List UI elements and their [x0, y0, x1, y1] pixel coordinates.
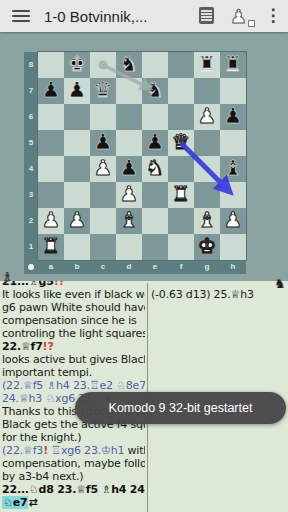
square-e3[interactable] — [142, 182, 168, 208]
square-h3[interactable] — [220, 182, 246, 208]
square-f7[interactable] — [168, 78, 194, 104]
move-text[interactable]: ♘e7 — [2, 496, 28, 509]
square-d7[interactable] — [116, 78, 142, 104]
black-knight-e7: ♞ — [142, 78, 168, 104]
annotation-line-7: looks active but gives Black — [2, 353, 145, 366]
square-c5[interactable]: ♟ — [90, 130, 116, 156]
square-f3[interactable]: ♜ — [168, 182, 194, 208]
black-queen-c7: ♛ — [90, 78, 116, 104]
square-e2[interactable] — [142, 208, 168, 234]
black-pawn-e5: ♟ — [142, 130, 168, 156]
square-b8[interactable]: ♚ — [64, 52, 90, 78]
comment-text: compensation, maybe followed — [2, 457, 145, 470]
square-f1[interactable] — [168, 234, 194, 260]
square-h4[interactable]: ♝ — [220, 156, 246, 182]
square-h8[interactable]: ♜ — [220, 52, 246, 78]
rank-label-2: 2 — [24, 208, 38, 234]
white-bishop-g2: ♝ — [194, 208, 220, 234]
square-a6[interactable] — [38, 104, 64, 130]
square-g8[interactable]: ♜ — [194, 52, 220, 78]
move-text[interactable]: 22.♕f7 — [2, 340, 43, 353]
white-rook-a1: ♜ — [38, 234, 64, 260]
white-queen-f5: ♛ — [168, 130, 194, 156]
app-toolbar: 1-0 Botvinnik,... ♟ ⋮ — [0, 0, 288, 32]
rank-label-3: 3 — [24, 182, 38, 208]
square-a4[interactable] — [38, 156, 64, 182]
annotation-line-15: compensation, maybe followed — [2, 457, 145, 470]
square-a1[interactable]: ♜ — [38, 234, 64, 260]
comment-text: compensation since he is — [2, 314, 137, 327]
square-f6[interactable] — [168, 104, 194, 130]
square-b2[interactable]: ♟ — [64, 208, 90, 234]
square-a8[interactable] — [38, 52, 64, 78]
square-g1[interactable]: ♚ — [194, 234, 220, 260]
move-text[interactable]: ⇄ — [28, 496, 37, 509]
board-square-icon — [248, 20, 255, 27]
chess-board[interactable]: ♚♞♜♜♟♟♛♞♟♟♟♟♛♟♟♞♝♟♜♟♟♝♝♟♜♚ — [38, 52, 246, 260]
file-label-h: h — [220, 260, 246, 274]
square-d6[interactable] — [116, 104, 142, 130]
file-label-a: a — [38, 260, 64, 274]
white-knight-e4: ♞ — [142, 156, 168, 182]
annotation-line-5: controling the light squares. — [2, 327, 145, 340]
side-to-move-indicator — [28, 264, 34, 270]
annotation-line-13: for the knight.) — [2, 431, 145, 444]
white-pawn-c4: ♟ — [90, 156, 116, 182]
annotation-line-4: compensation since he is — [2, 314, 145, 327]
square-b1[interactable] — [64, 234, 90, 260]
move-text[interactable]: (22.♕f5 ♗h4 23.♖e2 ♘8e7 — [2, 379, 145, 392]
square-g7[interactable] — [194, 78, 220, 104]
white-pawn-b2: ♟ — [64, 208, 90, 234]
square-d3[interactable]: ♟ — [116, 182, 142, 208]
square-b4[interactable] — [64, 156, 90, 182]
square-d2[interactable]: ♝ — [116, 208, 142, 234]
comment-text: for the knight.) — [2, 431, 81, 444]
comment-text: looks active but gives Black — [2, 353, 145, 366]
comment-text: with — [124, 444, 145, 457]
annotation-line-3: g6 pawn White should have — [2, 301, 145, 314]
move-text[interactable]: !? — [54, 281, 65, 288]
rank-label-7: 7 — [24, 78, 38, 104]
square-g3[interactable] — [194, 182, 220, 208]
white-pawn-h2: ♟ — [220, 208, 246, 234]
notation-list-icon[interactable] — [194, 3, 220, 29]
square-d4[interactable]: ♟ — [116, 156, 142, 182]
square-e7[interactable]: ♞ — [142, 78, 168, 104]
square-g5[interactable] — [194, 130, 220, 156]
file-label-f: f — [168, 260, 194, 274]
black-knight-d8: ♞ — [116, 52, 142, 78]
black-pawn-d4: ♟ — [116, 156, 142, 182]
comment-text: controling the light squares. — [2, 327, 145, 340]
comment-text: It looks like even if black won the — [2, 288, 145, 301]
square-g6[interactable]: ♟ — [194, 104, 220, 130]
square-f2[interactable] — [168, 208, 194, 234]
rank-label-8: 8 — [24, 52, 38, 78]
black-rook-g8: ♜ — [194, 52, 220, 78]
square-c2[interactable] — [90, 208, 116, 234]
toast-text: Komodo 9 32-bit gestartet — [109, 401, 253, 415]
comment-text: g6 pawn White should have — [2, 301, 145, 314]
white-pawn-a2: ♟ — [38, 208, 64, 234]
square-d8[interactable]: ♞ — [116, 52, 142, 78]
square-a5[interactable] — [38, 130, 64, 156]
black-bishop-h4: ♝ — [220, 156, 246, 182]
black-king-b8: ♚ — [64, 52, 90, 78]
annotation-line-18: ♘e7⇄ — [2, 496, 145, 509]
square-b3[interactable] — [64, 182, 90, 208]
square-f4[interactable] — [168, 156, 194, 182]
toast-notification: Komodo 9 32-bit gestartet — [75, 392, 286, 424]
white-bishop-d2: ♝ — [116, 208, 142, 234]
square-e5[interactable]: ♟ — [142, 130, 168, 156]
white-bishop-icon: ♗ — [2, 270, 13, 284]
square-a2[interactable]: ♟ — [38, 208, 64, 234]
rank-label-4: 4 — [24, 156, 38, 182]
square-e8[interactable] — [142, 52, 168, 78]
file-label-c: c — [90, 260, 116, 274]
square-e6[interactable] — [142, 104, 168, 130]
square-h7[interactable] — [220, 78, 246, 104]
white-pawn-g6: ♟ — [194, 104, 220, 130]
pawn-icon: ♟ — [230, 4, 247, 28]
file-label-g: g — [194, 260, 220, 274]
square-g4[interactable] — [194, 156, 220, 182]
annotation-line-2: It looks like even if black won the — [2, 288, 145, 301]
black-pawn-c5: ♟ — [90, 130, 116, 156]
move-text[interactable]: 22...♘d8 23.♕f5 ♗h4 24.♖f3 — [2, 483, 145, 496]
square-g2[interactable]: ♝ — [194, 208, 220, 234]
file-label-d: d — [116, 260, 142, 274]
square-e4[interactable]: ♞ — [142, 156, 168, 182]
square-f5[interactable]: ♛ — [168, 130, 194, 156]
annotation-line-6: 22.♕f7!? — [2, 340, 145, 353]
comment-text: by a3-b4 next.) — [2, 470, 83, 483]
square-c3[interactable] — [90, 182, 116, 208]
game-title: 1-0 Botvinnik,... — [44, 8, 147, 25]
white-rook-f3: ♜ — [168, 182, 194, 208]
white-pawn-d3: ♟ — [116, 182, 142, 208]
file-label-b: b — [64, 260, 90, 274]
move-text[interactable]: !? — [43, 340, 54, 353]
file-label-e: e — [142, 260, 168, 274]
square-a7[interactable]: ♟ — [38, 78, 64, 104]
annotation-line-16: by a3-b4 next.) — [2, 470, 145, 483]
white-king-g1: ♚ — [194, 234, 220, 260]
square-d1[interactable] — [116, 234, 142, 260]
annotation-line-14: (22.♕f3! ♖xg6 23.♔h1 with — [2, 444, 145, 457]
square-b7[interactable]: ♟ — [64, 78, 90, 104]
engine-output-line[interactable]: (-0.63 d13) 25.♕h3 — [151, 288, 286, 301]
move-text[interactable]: ♖xg6 23.♔h1 — [48, 444, 124, 457]
square-c4[interactable]: ♟ — [90, 156, 116, 182]
black-pawn-h6: ♟ — [220, 104, 246, 130]
square-b5[interactable] — [64, 130, 90, 156]
black-pawn-a7: ♟ — [38, 78, 64, 104]
black-rook-h8: ♜ — [220, 52, 246, 78]
comment-text: important tempi. — [2, 366, 92, 379]
square-c1[interactable] — [90, 234, 116, 260]
rank-label-5: 5 — [24, 130, 38, 156]
annotation-line-1: 21...♗g5!? — [2, 281, 145, 288]
annotation-line-8: important tempi. — [2, 366, 145, 379]
square-f8[interactable] — [168, 52, 194, 78]
square-h2[interactable]: ♟ — [220, 208, 246, 234]
rank-label-6: 6 — [24, 104, 38, 130]
black-pawn-b7: ♟ — [64, 78, 90, 104]
square-h5[interactable] — [220, 130, 246, 156]
square-c8[interactable] — [90, 52, 116, 78]
square-e1[interactable] — [142, 234, 168, 260]
board-container: 87654321 abcdefgh ♚♞♜♜♟♟♛♞♟♟♟♟♛♟♟♞♝♟♜♟♟♝… — [0, 32, 288, 281]
move-text[interactable]: (22.♕f3 — [2, 444, 43, 457]
file-labels: abcdefgh — [24, 260, 246, 274]
engine-play-icon[interactable]: ♟ — [229, 3, 255, 29]
overflow-menu-icon[interactable]: ⋮ — [264, 3, 282, 29]
square-c6[interactable] — [90, 104, 116, 130]
square-h1[interactable] — [220, 234, 246, 260]
square-d5[interactable] — [116, 130, 142, 156]
annotation-line-17: 22...♘d8 23.♕f5 ♗h4 24.♖f3 — [2, 483, 145, 496]
rank-label-1: 1 — [24, 234, 38, 260]
rank-labels: 87654321 — [24, 52, 38, 260]
annotation-line-9: (22.♕f5 ♗h4 23.♖e2 ♘8e7 — [2, 379, 145, 392]
engine-pane[interactable]: (-0.63 d13) 25.♕h3 — [151, 288, 286, 301]
black-knight-icon: ♞ — [274, 276, 286, 291]
menu-icon[interactable] — [12, 10, 30, 22]
square-b6[interactable] — [64, 104, 90, 130]
square-a3[interactable] — [38, 182, 64, 208]
square-h6[interactable]: ♟ — [220, 104, 246, 130]
square-c7[interactable]: ♛ — [90, 78, 116, 104]
